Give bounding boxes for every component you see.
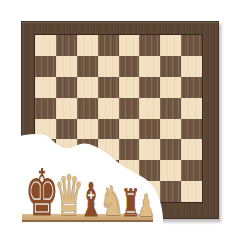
product-photo: ♚ ♛ ♝ ♞ ♜ ♟ (0, 0, 240, 240)
chess-piece-pawn: ♟ (137, 190, 154, 221)
